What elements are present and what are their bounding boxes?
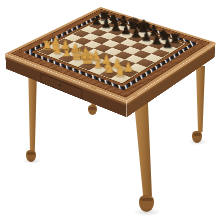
black-pawn-glyph: ♟ [157,37,177,49]
drawer-knob [58,82,61,87]
table-scene: ♜♞♝♛♚♝♞♜♟♟♟♟♟♟♟♟♟♟♟♟♟♟♟♟♜♞♝♛♚♝♞♜ [0,0,222,222]
product-photo-chess-table: ♜♞♝♛♚♝♞♜♟♟♟♟♟♟♟♟♟♟♟♟♟♟♟♟♜♞♝♛♚♝♞♜ [0,0,222,222]
white-rook-glyph: ♜ [109,65,131,79]
